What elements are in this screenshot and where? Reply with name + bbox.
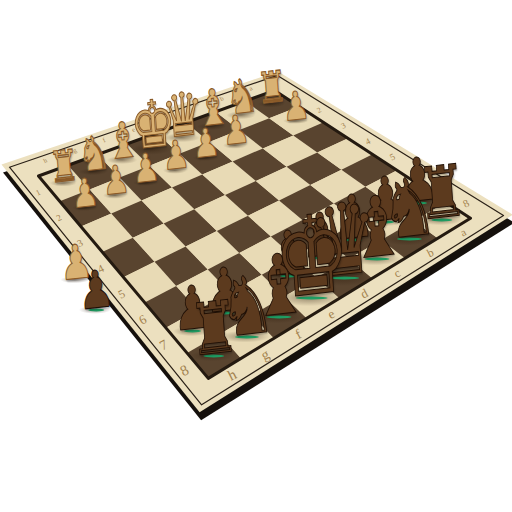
white-pawn-glyph: ♟	[191, 122, 221, 164]
black-rook-glyph: ♜	[187, 290, 242, 367]
white-pawn-glyph: ♟	[131, 147, 161, 189]
white-pawn-glyph: ♟	[70, 172, 100, 214]
black-pawn-glyph: ♟	[77, 263, 116, 318]
white-pawn-glyph: ♟	[221, 110, 251, 152]
white-pawn-glyph: ♟	[281, 85, 311, 127]
white-pawn-glyph: ♟	[161, 134, 191, 176]
white-pawn-glyph: ♟	[101, 159, 131, 201]
chess-photo: 1122334455667788hhggffeeddccbbaa ♜♞♝♛♚♝♞…	[0, 0, 512, 512]
